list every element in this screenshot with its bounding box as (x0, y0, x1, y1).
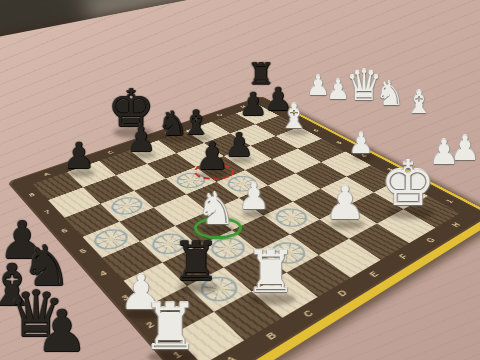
white-bishop-g8[interactable]: ♝ (279, 99, 309, 133)
white-pawn-f3[interactable]: ♟ (324, 180, 365, 226)
white-king-g1[interactable]: ♚ (380, 153, 436, 215)
white-pawn-g5[interactable]: ♟ (348, 130, 373, 158)
white-knight-c4[interactable]: ♞ (196, 187, 235, 231)
black-knight-c7[interactable]: ♞ (158, 106, 188, 140)
black-rook-b2[interactable]: ♜ (172, 235, 220, 289)
captured-black-pawn-1: ♟ (239, 88, 268, 120)
chess-3d-scene: { "game": "chess", "scene": "3D chess bo… (0, 0, 480, 360)
black-pawn-b7[interactable]: ♟ (126, 122, 156, 156)
black-pawn-a7[interactable]: ♟ (63, 138, 95, 174)
captured-white-bishop: ♝ (405, 87, 433, 118)
captured-black-pawn-4: ♟ (36, 302, 88, 360)
black-pawn-d6[interactable]: ♟ (195, 137, 229, 175)
white-rook-c1[interactable]: ♜ (245, 243, 297, 301)
captured-white-knight: ♞ (375, 77, 405, 110)
white-rook-a1[interactable]: ♜ (141, 295, 198, 359)
white-pawn-d4[interactable]: ♟ (238, 179, 270, 215)
